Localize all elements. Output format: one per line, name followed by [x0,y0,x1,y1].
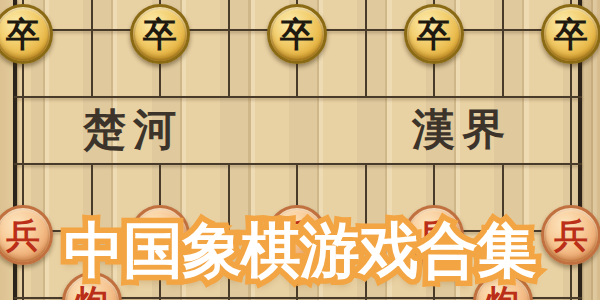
piece-black-soldier[interactable]: 卒 [267,4,327,64]
title-text: 中国象棋游戏合集 [64,217,536,284]
grid-line [365,0,367,96]
title-overlay: 中国象棋游戏合集 中国象棋游戏合集 [0,219,600,284]
xiangqi-board[interactable]: 楚河 漢界 卒卒卒卒卒兵兵兵兵兵炮炮 中国象棋游戏合集 中国象棋游戏合集 [0,0,600,300]
grid-line [228,0,230,96]
grid-line [14,163,582,165]
river-label-left: 楚河 [83,96,183,163]
grid-line [91,0,93,96]
grid-line [502,0,504,96]
piece-black-soldier[interactable]: 卒 [541,4,600,64]
river-label-right: 漢界 [412,96,512,163]
piece-black-soldier[interactable]: 卒 [0,4,53,64]
piece-black-soldier[interactable]: 卒 [404,4,464,64]
piece-black-soldier[interactable]: 卒 [130,4,190,64]
